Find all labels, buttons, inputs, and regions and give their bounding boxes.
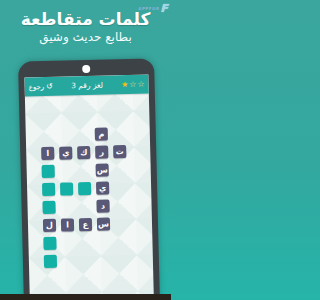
grid-cell-letter[interactable]: م: [95, 127, 108, 140]
bottom-cut-bar: [0, 294, 171, 300]
grid-cell-letter[interactable]: ل: [43, 219, 56, 232]
phone-mockup: ↺ رجوع لغز رقم 3 ★☆☆ مايكرتسيدلاعس: [18, 58, 160, 300]
grid-cell-letter[interactable]: ت: [113, 145, 126, 158]
crossword-grid: مايكرتسيدلاعس: [41, 126, 153, 268]
grid-cell-empty[interactable]: [42, 183, 55, 196]
app-subtitle: بطابع حديث وشيق: [0, 29, 171, 45]
camera-dot: [82, 65, 90, 73]
grid-cell-empty[interactable]: [43, 237, 56, 250]
watermark: APPFOR F: [138, 2, 168, 15]
grid-cell-letter[interactable]: ر: [95, 145, 108, 158]
back-button[interactable]: ↺ رجوع: [29, 82, 53, 91]
grid-cell-letter[interactable]: ع: [79, 218, 92, 231]
phone-screen: ↺ رجوع لغز رقم 3 ★☆☆ مايكرتسيدلاعس: [24, 74, 154, 300]
grid-cell-letter[interactable]: د: [96, 199, 109, 212]
watermark-logo-icon: F: [160, 2, 168, 15]
watermark-text: APPFOR: [138, 6, 159, 11]
grid-cell-empty[interactable]: [44, 255, 57, 268]
grid-cell-letter[interactable]: ك: [77, 146, 90, 159]
grid-cell-letter[interactable]: س: [97, 217, 110, 230]
appbar: ↺ رجوع لغز رقم 3 ★☆☆: [24, 74, 148, 96]
grid-cell-empty[interactable]: [60, 182, 73, 195]
grid-cell-empty[interactable]: [42, 201, 55, 214]
grid-cell-empty[interactable]: [42, 165, 55, 178]
grid-cell-letter[interactable]: س: [96, 163, 109, 176]
star-icon-2: ☆: [129, 80, 136, 88]
grid-cell-letter[interactable]: ا: [61, 218, 74, 231]
star-rating: ★☆☆: [121, 80, 145, 89]
puzzle-number-title: لغز رقم 3: [53, 80, 121, 91]
grid-cell-empty[interactable]: [78, 182, 91, 195]
back-label: رجوع: [29, 83, 45, 91]
grid-cell-letter[interactable]: ا: [41, 147, 54, 160]
grid-cell-letter[interactable]: ي: [59, 146, 72, 159]
grid-cell-letter[interactable]: ي: [96, 181, 109, 194]
star-icon-3: ☆: [137, 80, 144, 88]
star-icon-1: ★: [121, 80, 128, 88]
